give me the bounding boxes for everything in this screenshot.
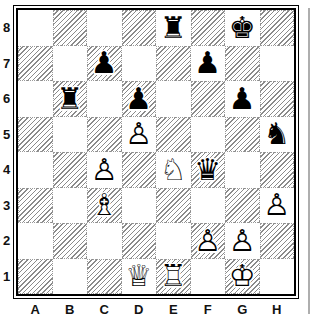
square-h1 [260, 259, 295, 295]
black-king: ♚ [225, 10, 260, 46]
black-knight: ♞ [260, 117, 295, 153]
square-g5 [225, 117, 260, 153]
white-knight: ♘ [156, 152, 191, 188]
white-pawn: ♙ [191, 223, 226, 259]
square-h8 [260, 10, 295, 46]
white-bishop: ♗ [87, 188, 122, 224]
square-c1 [87, 259, 122, 295]
rank-label-5: 5 [0, 117, 13, 153]
rank-label-2: 2 [0, 223, 13, 259]
board-frame: ♜♚♟♟♜♟♟♟♙♞♟♙♞♘♛♝♗♟♙♟♙♟♙♛♕♜♖♚♔ [13, 5, 299, 299]
chess-board: ♜♚♟♟♜♟♟♟♙♞♟♙♞♘♛♝♗♟♙♟♙♟♙♛♕♜♖♚♔ [18, 10, 294, 294]
square-f8 [191, 10, 226, 46]
rank-label-4: 4 [0, 152, 13, 188]
rank-label-6: 6 [0, 81, 13, 117]
square-b5 [53, 117, 88, 153]
chess-diagram: 87654321 ♜♚♟♟♜♟♟♟♙♞♟♙♞♘♛♝♗♟♙♟♙♟♙♛♕♜♖♚♔ A… [0, 0, 314, 320]
square-h6 [260, 81, 295, 117]
white-bishop-fill: ♝ [87, 188, 122, 224]
file-labels: ABCDEFGH [18, 301, 294, 318]
white-king-fill: ♚ [225, 259, 260, 295]
white-rook: ♖ [156, 259, 191, 295]
square-f1 [191, 259, 226, 295]
square-a8 [18, 10, 53, 46]
square-e8: ♜ [156, 10, 191, 46]
square-d7 [122, 46, 157, 82]
square-e1: ♜♖ [156, 259, 191, 295]
square-g7 [225, 46, 260, 82]
file-label-d: D [122, 301, 157, 318]
rank-label-8: 8 [0, 10, 13, 46]
square-d6: ♟ [122, 81, 157, 117]
square-d5: ♟♙ [122, 117, 157, 153]
square-e2 [156, 223, 191, 259]
square-f7: ♟ [191, 46, 226, 82]
rank-labels: 87654321 [0, 10, 13, 294]
square-h2 [260, 223, 295, 259]
black-rook: ♜ [53, 81, 88, 117]
square-h5: ♞ [260, 117, 295, 153]
square-g3 [225, 188, 260, 224]
square-a4 [18, 152, 53, 188]
square-g6: ♟ [225, 81, 260, 117]
square-c2 [87, 223, 122, 259]
rank-label-3: 3 [0, 188, 13, 224]
file-label-e: E [156, 301, 191, 318]
square-b3 [53, 188, 88, 224]
black-pawn: ♟ [225, 81, 260, 117]
rank-label-1: 1 [0, 259, 13, 295]
square-h3: ♟♙ [260, 188, 295, 224]
square-g8: ♚ [225, 10, 260, 46]
square-f2: ♟♙ [191, 223, 226, 259]
square-d4 [122, 152, 157, 188]
image-edge-shadow [308, 8, 310, 314]
square-h4 [260, 152, 295, 188]
black-pawn: ♟ [122, 81, 157, 117]
white-rook-fill: ♜ [156, 259, 191, 295]
white-pawn: ♙ [260, 188, 295, 224]
white-pawn-fill: ♟ [191, 223, 226, 259]
white-queen-fill: ♛ [122, 259, 157, 295]
white-pawn-fill: ♟ [260, 188, 295, 224]
square-f5 [191, 117, 226, 153]
file-label-h: H [260, 301, 295, 318]
white-pawn-fill: ♟ [225, 223, 260, 259]
square-a1 [18, 259, 53, 295]
square-a6 [18, 81, 53, 117]
white-pawn: ♙ [87, 152, 122, 188]
file-label-f: F [191, 301, 226, 318]
square-g2: ♟♙ [225, 223, 260, 259]
square-g1: ♚♔ [225, 259, 260, 295]
white-pawn-fill: ♟ [122, 117, 157, 153]
square-d8 [122, 10, 157, 46]
square-e5 [156, 117, 191, 153]
square-e3 [156, 188, 191, 224]
square-c3: ♝♗ [87, 188, 122, 224]
file-label-c: C [87, 301, 122, 318]
file-label-g: G [225, 301, 260, 318]
square-g4 [225, 152, 260, 188]
square-b6: ♜ [53, 81, 88, 117]
square-c6 [87, 81, 122, 117]
square-b2 [53, 223, 88, 259]
black-rook: ♜ [156, 10, 191, 46]
square-c7: ♟ [87, 46, 122, 82]
white-pawn: ♙ [225, 223, 260, 259]
white-knight-fill: ♞ [156, 152, 191, 188]
rank-label-7: 7 [0, 46, 13, 82]
square-c8 [87, 10, 122, 46]
square-a7 [18, 46, 53, 82]
square-b1 [53, 259, 88, 295]
white-pawn: ♙ [122, 117, 157, 153]
file-label-b: B [53, 301, 88, 318]
square-a3 [18, 188, 53, 224]
black-pawn: ♟ [87, 46, 122, 82]
square-d3 [122, 188, 157, 224]
white-pawn-fill: ♟ [87, 152, 122, 188]
white-king: ♔ [225, 259, 260, 295]
square-c5 [87, 117, 122, 153]
square-e6 [156, 81, 191, 117]
square-f3 [191, 188, 226, 224]
black-pawn: ♟ [191, 46, 226, 82]
square-b8 [53, 10, 88, 46]
black-queen: ♛ [191, 152, 226, 188]
square-a5 [18, 117, 53, 153]
square-b4 [53, 152, 88, 188]
file-label-a: A [18, 301, 53, 318]
square-c4: ♟♙ [87, 152, 122, 188]
square-h7 [260, 46, 295, 82]
white-queen: ♕ [122, 259, 157, 295]
square-a2 [18, 223, 53, 259]
square-f4: ♛ [191, 152, 226, 188]
square-e4: ♞♘ [156, 152, 191, 188]
square-e7 [156, 46, 191, 82]
square-d1: ♛♕ [122, 259, 157, 295]
square-b7 [53, 46, 88, 82]
square-f6 [191, 81, 226, 117]
square-d2 [122, 223, 157, 259]
